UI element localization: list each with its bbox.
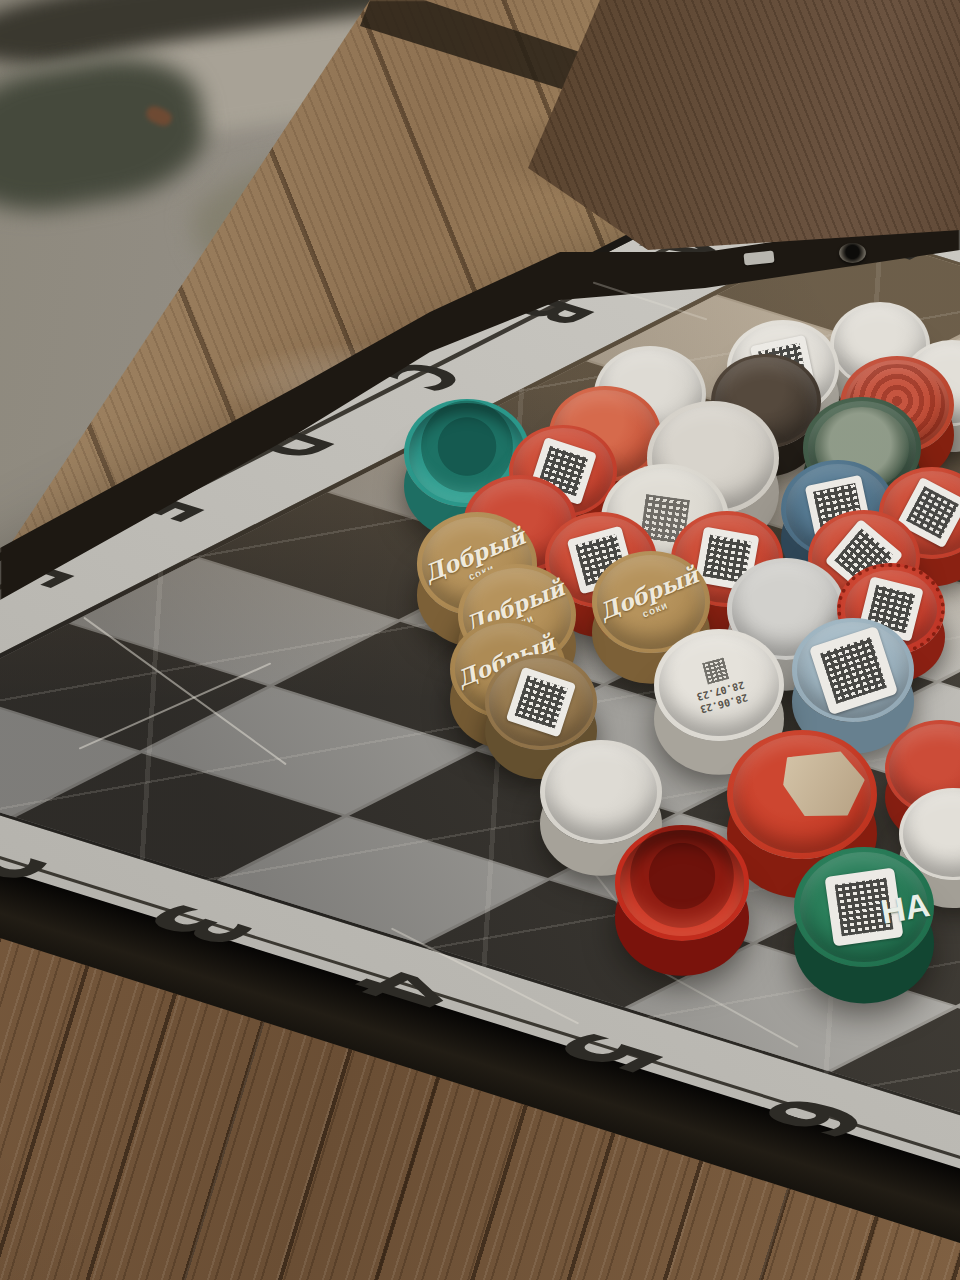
qr-code-sticker	[808, 625, 897, 714]
bottle-cap-f5	[540, 740, 662, 845]
bottle-cap-e6	[727, 730, 877, 859]
brand-script-dobry: Добрыйсоки	[596, 563, 706, 634]
bottle-caps-layer: ДобрыйсокиДобрыйсокиДобрыйсокиДобрыйсоки…	[0, 0, 960, 1280]
bottle-cap-f4	[485, 654, 597, 750]
photo-of-board-game: ABCDEFGH1122334455667788 ДобрыйсокиДобры…	[0, 0, 960, 1280]
brand-sub-text: соки	[605, 586, 706, 634]
green-cap-brand-text: НА	[878, 886, 932, 932]
bottle-cap-g5: НА	[794, 847, 934, 967]
printed-date-stamp: 28.06.2328.07.23	[689, 654, 749, 716]
torn-paper-scrap	[778, 742, 872, 827]
bottle-cap-e4	[792, 618, 914, 723]
bottle-cap-g4	[615, 825, 749, 940]
qr-code-sticker	[506, 667, 577, 738]
bottle-cap-e5: 28.06.2328.07.23	[654, 629, 784, 741]
